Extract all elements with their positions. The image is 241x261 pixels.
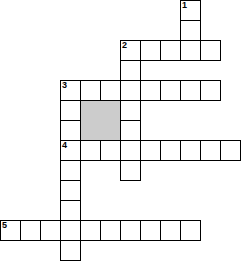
letter-cell[interactable] bbox=[60, 160, 81, 181]
letter-cell[interactable] bbox=[60, 200, 81, 221]
letter-cell[interactable] bbox=[120, 120, 141, 141]
letter-cell[interactable] bbox=[160, 40, 181, 61]
letter-cell[interactable] bbox=[200, 140, 221, 161]
letter-cell[interactable] bbox=[120, 100, 141, 121]
clue-number: 5 bbox=[2, 221, 7, 230]
letter-cell[interactable] bbox=[60, 240, 81, 261]
letter-cell[interactable] bbox=[80, 80, 101, 101]
letter-cell[interactable] bbox=[100, 220, 121, 241]
letter-cell[interactable] bbox=[60, 220, 81, 241]
letter-cell[interactable] bbox=[160, 80, 181, 101]
letter-cell[interactable] bbox=[220, 140, 241, 161]
letter-cell[interactable] bbox=[180, 140, 201, 161]
letter-cell[interactable] bbox=[140, 40, 161, 61]
letter-cell[interactable] bbox=[20, 220, 41, 241]
letter-cell[interactable] bbox=[60, 180, 81, 201]
letter-cell[interactable] bbox=[120, 160, 141, 181]
letter-cell[interactable] bbox=[180, 20, 201, 41]
letter-cell[interactable] bbox=[120, 140, 141, 161]
letter-cell[interactable] bbox=[200, 80, 221, 101]
letter-cell[interactable] bbox=[140, 220, 161, 241]
shaded-block bbox=[80, 100, 121, 141]
letter-cell[interactable] bbox=[100, 140, 121, 161]
letter-cell[interactable] bbox=[60, 100, 81, 121]
letter-cell[interactable] bbox=[160, 220, 181, 241]
letter-cell[interactable] bbox=[100, 80, 121, 101]
crossword-board: 12345 bbox=[0, 0, 241, 261]
crossword-page: 12345 bbox=[0, 0, 241, 261]
letter-cell[interactable] bbox=[120, 60, 141, 81]
letter-cell[interactable] bbox=[80, 140, 101, 161]
clue-number: 2 bbox=[122, 41, 127, 50]
letter-cell[interactable] bbox=[140, 140, 161, 161]
clue-number: 3 bbox=[62, 81, 67, 90]
letter-cell[interactable] bbox=[80, 220, 101, 241]
letter-cell[interactable] bbox=[60, 120, 81, 141]
letter-cell[interactable] bbox=[200, 40, 221, 61]
letter-cell[interactable] bbox=[180, 40, 201, 61]
clue-number: 1 bbox=[182, 1, 187, 10]
letter-cell[interactable] bbox=[180, 80, 201, 101]
letter-cell[interactable] bbox=[160, 140, 181, 161]
letter-cell[interactable] bbox=[120, 220, 141, 241]
clue-number: 4 bbox=[62, 141, 67, 150]
letter-cell[interactable] bbox=[40, 220, 61, 241]
letter-cell[interactable] bbox=[180, 220, 201, 241]
letter-cell[interactable] bbox=[140, 80, 161, 101]
letter-cell[interactable] bbox=[120, 80, 141, 101]
